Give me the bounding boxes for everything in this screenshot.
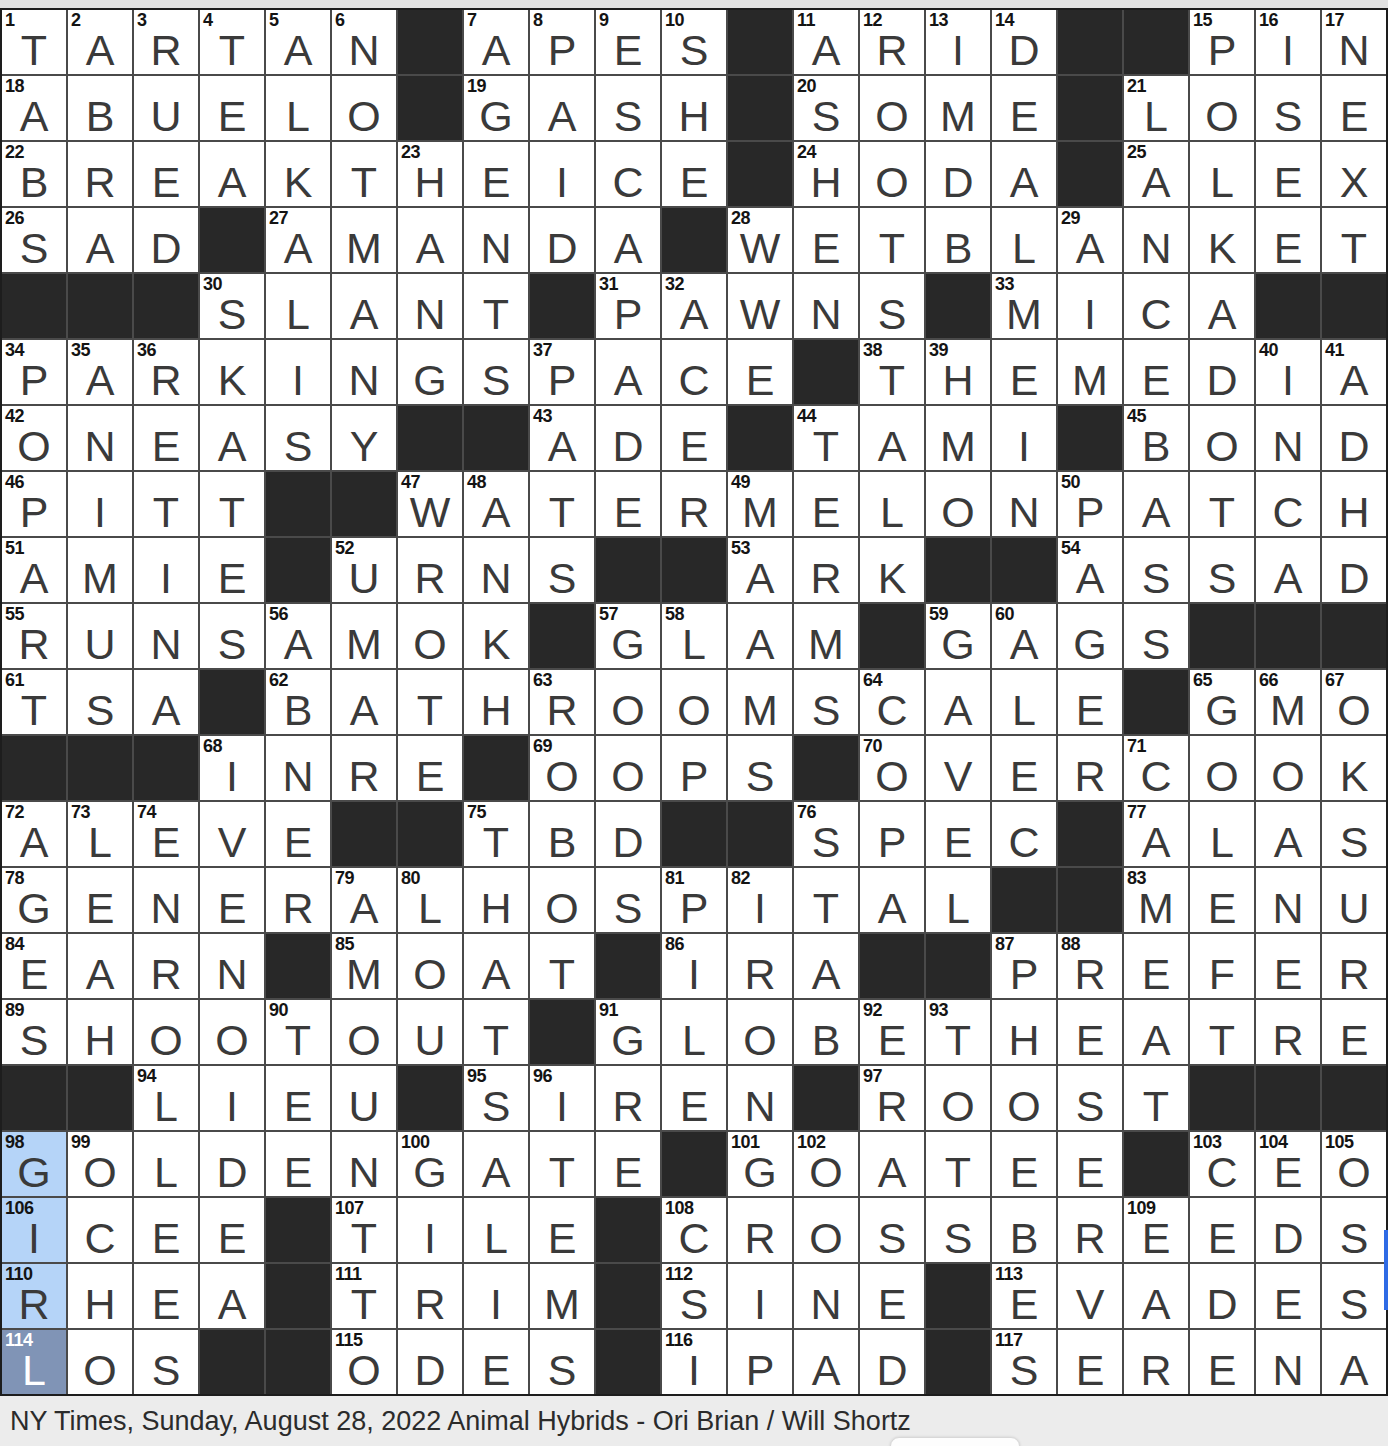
cell-r17c8[interactable]: 95S (464, 1066, 528, 1130)
cell-r16c21[interactable]: E (1322, 1000, 1386, 1064)
cell-r18c17[interactable]: E (1058, 1132, 1122, 1196)
cell-r19c16[interactable]: B (992, 1198, 1056, 1262)
cell-r19c2[interactable]: C (68, 1198, 132, 1262)
cell-r2c1[interactable]: 18A (2, 76, 66, 140)
cell-r13c21[interactable]: S (1322, 802, 1386, 866)
cell-r14c12[interactable]: 82I (728, 868, 792, 932)
cell-r4c16[interactable]: L (992, 208, 1056, 272)
cell-r3c5[interactable]: K (266, 142, 330, 206)
cell-r12c21[interactable]: K (1322, 736, 1386, 800)
cell-r1c15[interactable]: 13I (926, 10, 990, 74)
cell-r8c21[interactable]: H (1322, 472, 1386, 536)
cell-r11c9[interactable]: 63R (530, 670, 594, 734)
cell-r2c18[interactable]: 21L (1124, 76, 1188, 140)
cell-r20c13[interactable]: N (794, 1264, 858, 1328)
cell-r5c5[interactable]: L (266, 274, 330, 338)
cell-r16c5[interactable]: 90T (266, 1000, 330, 1064)
cell-r1c3[interactable]: 3R (134, 10, 198, 74)
cell-r5c6[interactable]: A (332, 274, 396, 338)
cell-r2c21[interactable]: E (1322, 76, 1386, 140)
cell-r17c15[interactable]: O (926, 1066, 990, 1130)
cell-r17c16[interactable]: O (992, 1066, 1056, 1130)
cell-r2c20[interactable]: S (1256, 76, 1320, 140)
cell-r14c21[interactable]: U (1322, 868, 1386, 932)
cell-r10c8[interactable]: K (464, 604, 528, 668)
cell-r12c6[interactable]: R (332, 736, 396, 800)
cell-r12c17[interactable]: R (1058, 736, 1122, 800)
cell-r7c1[interactable]: 42O (2, 406, 66, 470)
cell-r11c21[interactable]: 67O (1322, 670, 1386, 734)
cell-r15c1[interactable]: 84E (2, 934, 66, 998)
cell-r7c9[interactable]: 43A (530, 406, 594, 470)
cell-r1c14[interactable]: 12R (860, 10, 924, 74)
cell-r13c5[interactable]: E (266, 802, 330, 866)
cell-r10c12[interactable]: A (728, 604, 792, 668)
cell-r7c13[interactable]: 44T (794, 406, 858, 470)
cell-r14c9[interactable]: O (530, 868, 594, 932)
cell-r7c14[interactable]: A (860, 406, 924, 470)
cell-r13c10[interactable]: D (596, 802, 660, 866)
cell-r16c3[interactable]: O (134, 1000, 198, 1064)
cell-r15c17[interactable]: 88R (1058, 934, 1122, 998)
cell-r9c18[interactable]: S (1124, 538, 1188, 602)
cell-r9c13[interactable]: R (794, 538, 858, 602)
cell-r17c3[interactable]: 94L (134, 1066, 198, 1130)
cell-r9c12[interactable]: 53A (728, 538, 792, 602)
cell-r7c15[interactable]: M (926, 406, 990, 470)
cell-r14c6[interactable]: 79A (332, 868, 396, 932)
cell-r19c3[interactable]: E (134, 1198, 198, 1262)
cell-r5c14[interactable]: S (860, 274, 924, 338)
cell-r11c15[interactable]: A (926, 670, 990, 734)
cell-r16c15[interactable]: 93T (926, 1000, 990, 1064)
cell-r20c19[interactable]: D (1190, 1264, 1254, 1328)
cell-r10c11[interactable]: 58L (662, 604, 726, 668)
cell-r7c18[interactable]: 45B (1124, 406, 1188, 470)
cell-r5c12[interactable]: W (728, 274, 792, 338)
cell-r17c17[interactable]: S (1058, 1066, 1122, 1130)
cell-r4c3[interactable]: D (134, 208, 198, 272)
cell-r11c12[interactable]: M (728, 670, 792, 734)
cell-r19c8[interactable]: L (464, 1198, 528, 1262)
cell-r17c18[interactable]: T (1124, 1066, 1188, 1130)
cell-r21c17[interactable]: E (1058, 1330, 1122, 1394)
cell-r19c15[interactable]: S (926, 1198, 990, 1262)
cell-r5c19[interactable]: A (1190, 274, 1254, 338)
cell-r11c11[interactable]: O (662, 670, 726, 734)
cell-r19c6[interactable]: 107T (332, 1198, 396, 1262)
cell-r16c12[interactable]: O (728, 1000, 792, 1064)
cell-r16c10[interactable]: 91G (596, 1000, 660, 1064)
cell-r3c9[interactable]: I (530, 142, 594, 206)
cell-r9c7[interactable]: R (398, 538, 462, 602)
cell-r8c8[interactable]: 48A (464, 472, 528, 536)
cell-r12c7[interactable]: E (398, 736, 462, 800)
cell-r21c13[interactable]: A (794, 1330, 858, 1394)
cell-r2c11[interactable]: H (662, 76, 726, 140)
cell-r18c1[interactable]: 98G (2, 1132, 66, 1196)
cell-r4c18[interactable]: N (1124, 208, 1188, 272)
cell-r20c4[interactable]: A (200, 1264, 264, 1328)
cell-r11c6[interactable]: A (332, 670, 396, 734)
cell-r19c18[interactable]: 109E (1124, 1198, 1188, 1262)
cell-r20c3[interactable]: E (134, 1264, 198, 1328)
cell-r17c6[interactable]: U (332, 1066, 396, 1130)
cell-r4c12[interactable]: 28W (728, 208, 792, 272)
cell-r18c3[interactable]: L (134, 1132, 198, 1196)
cell-r12c18[interactable]: 71C (1124, 736, 1188, 800)
cell-r19c14[interactable]: S (860, 1198, 924, 1262)
cell-r3c16[interactable]: A (992, 142, 1056, 206)
cell-r5c13[interactable]: N (794, 274, 858, 338)
cell-r16c19[interactable]: T (1190, 1000, 1254, 1064)
cell-r11c13[interactable]: S (794, 670, 858, 734)
cell-r11c17[interactable]: E (1058, 670, 1122, 734)
cell-r3c4[interactable]: A (200, 142, 264, 206)
cell-r10c4[interactable]: S (200, 604, 264, 668)
cell-r8c2[interactable]: I (68, 472, 132, 536)
cell-r19c1[interactable]: 106I (2, 1198, 66, 1262)
cell-r1c9[interactable]: 8P (530, 10, 594, 74)
cell-r21c12[interactable]: P (728, 1330, 792, 1394)
cell-r8c19[interactable]: T (1190, 472, 1254, 536)
cell-r11c14[interactable]: 64C (860, 670, 924, 734)
cell-r4c20[interactable]: E (1256, 208, 1320, 272)
cell-r3c1[interactable]: 22B (2, 142, 66, 206)
cell-r11c16[interactable]: L (992, 670, 1056, 734)
cell-r6c4[interactable]: K (200, 340, 264, 404)
cell-r1c11[interactable]: 10S (662, 10, 726, 74)
cell-r18c6[interactable]: N (332, 1132, 396, 1196)
cell-r9c3[interactable]: I (134, 538, 198, 602)
cell-r16c8[interactable]: T (464, 1000, 528, 1064)
cell-r2c8[interactable]: 19G (464, 76, 528, 140)
cell-r13c20[interactable]: A (1256, 802, 1320, 866)
cell-r16c7[interactable]: U (398, 1000, 462, 1064)
cell-r4c2[interactable]: A (68, 208, 132, 272)
cell-r8c1[interactable]: 46P (2, 472, 66, 536)
cell-r6c7[interactable]: G (398, 340, 462, 404)
cell-r8c10[interactable]: E (596, 472, 660, 536)
cell-r8c20[interactable]: C (1256, 472, 1320, 536)
cell-r5c17[interactable]: I (1058, 274, 1122, 338)
cell-r6c5[interactable]: I (266, 340, 330, 404)
cell-r4c8[interactable]: N (464, 208, 528, 272)
cell-r5c7[interactable]: N (398, 274, 462, 338)
cell-r6c21[interactable]: 41A (1322, 340, 1386, 404)
cell-r18c8[interactable]: A (464, 1132, 528, 1196)
cell-r1c10[interactable]: 9E (596, 10, 660, 74)
cell-r19c19[interactable]: E (1190, 1198, 1254, 1262)
cell-r5c4[interactable]: 30S (200, 274, 264, 338)
cell-r18c12[interactable]: 101G (728, 1132, 792, 1196)
cell-r19c12[interactable]: R (728, 1198, 792, 1262)
cell-r19c11[interactable]: 108C (662, 1198, 726, 1262)
cell-r17c9[interactable]: 96I (530, 1066, 594, 1130)
cell-r2c16[interactable]: E (992, 76, 1056, 140)
cell-r18c14[interactable]: A (860, 1132, 924, 1196)
cell-r13c13[interactable]: 76S (794, 802, 858, 866)
cell-r3c3[interactable]: E (134, 142, 198, 206)
cell-r13c19[interactable]: L (1190, 802, 1254, 866)
cell-r11c7[interactable]: T (398, 670, 462, 734)
cell-r11c8[interactable]: H (464, 670, 528, 734)
cell-r21c1[interactable]: 114L (2, 1330, 66, 1394)
cell-r21c11[interactable]: 116I (662, 1330, 726, 1394)
cell-r21c16[interactable]: 117S (992, 1330, 1056, 1394)
cell-r2c19[interactable]: O (1190, 76, 1254, 140)
cell-r2c9[interactable]: A (530, 76, 594, 140)
cell-r4c1[interactable]: 26S (2, 208, 66, 272)
cell-r14c14[interactable]: A (860, 868, 924, 932)
cell-r4c15[interactable]: B (926, 208, 990, 272)
cell-r14c2[interactable]: E (68, 868, 132, 932)
cell-r1c13[interactable]: 11A (794, 10, 858, 74)
cell-r12c12[interactable]: S (728, 736, 792, 800)
cell-r13c18[interactable]: 77A (1124, 802, 1188, 866)
cell-r15c6[interactable]: 85M (332, 934, 396, 998)
cell-r18c5[interactable]: E (266, 1132, 330, 1196)
cell-r6c12[interactable]: E (728, 340, 792, 404)
cell-r5c11[interactable]: 32A (662, 274, 726, 338)
cell-r18c2[interactable]: 99O (68, 1132, 132, 1196)
cell-r10c6[interactable]: M (332, 604, 396, 668)
cell-r15c21[interactable]: R (1322, 934, 1386, 998)
cell-r6c3[interactable]: 36R (134, 340, 198, 404)
cell-r3c19[interactable]: L (1190, 142, 1254, 206)
cell-r6c17[interactable]: M (1058, 340, 1122, 404)
cell-r15c4[interactable]: N (200, 934, 264, 998)
cell-r2c4[interactable]: E (200, 76, 264, 140)
cell-r1c16[interactable]: 14D (992, 10, 1056, 74)
cell-r14c5[interactable]: R (266, 868, 330, 932)
cell-r13c16[interactable]: C (992, 802, 1056, 866)
cell-r9c19[interactable]: S (1190, 538, 1254, 602)
cell-r20c1[interactable]: 110R (2, 1264, 66, 1328)
cell-r20c20[interactable]: E (1256, 1264, 1320, 1328)
cell-r16c17[interactable]: E (1058, 1000, 1122, 1064)
cell-r8c15[interactable]: O (926, 472, 990, 536)
cell-r8c9[interactable]: T (530, 472, 594, 536)
cell-r19c17[interactable]: R (1058, 1198, 1122, 1262)
cell-r11c20[interactable]: 66M (1256, 670, 1320, 734)
cell-r21c19[interactable]: E (1190, 1330, 1254, 1394)
cell-r17c10[interactable]: R (596, 1066, 660, 1130)
cell-r21c3[interactable]: S (134, 1330, 198, 1394)
cell-r4c21[interactable]: T (1322, 208, 1386, 272)
cell-r8c11[interactable]: R (662, 472, 726, 536)
cell-r6c10[interactable]: A (596, 340, 660, 404)
cell-r14c13[interactable]: T (794, 868, 858, 932)
cell-r15c19[interactable]: F (1190, 934, 1254, 998)
cell-r10c2[interactable]: U (68, 604, 132, 668)
cell-r12c5[interactable]: N (266, 736, 330, 800)
cell-r7c21[interactable]: D (1322, 406, 1386, 470)
cell-r3c15[interactable]: D (926, 142, 990, 206)
cell-r2c15[interactable]: M (926, 76, 990, 140)
cell-r1c6[interactable]: 6N (332, 10, 396, 74)
cell-r18c21[interactable]: 105O (1322, 1132, 1386, 1196)
cell-r20c9[interactable]: M (530, 1264, 594, 1328)
cell-r9c9[interactable]: S (530, 538, 594, 602)
cell-r21c8[interactable]: E (464, 1330, 528, 1394)
cell-r2c14[interactable]: O (860, 76, 924, 140)
cell-r16c1[interactable]: 89S (2, 1000, 66, 1064)
cell-r10c1[interactable]: 55R (2, 604, 66, 668)
cell-r15c8[interactable]: A (464, 934, 528, 998)
cell-r8c17[interactable]: 50P (1058, 472, 1122, 536)
cell-r14c11[interactable]: 81P (662, 868, 726, 932)
cell-r4c6[interactable]: M (332, 208, 396, 272)
cell-r16c11[interactable]: L (662, 1000, 726, 1064)
cell-r1c2[interactable]: 2A (68, 10, 132, 74)
cell-r13c1[interactable]: 72A (2, 802, 66, 866)
cell-r20c18[interactable]: A (1124, 1264, 1188, 1328)
cell-r3c20[interactable]: E (1256, 142, 1320, 206)
cell-r12c15[interactable]: V (926, 736, 990, 800)
cell-r3c6[interactable]: T (332, 142, 396, 206)
cell-r18c4[interactable]: D (200, 1132, 264, 1196)
cell-r15c9[interactable]: T (530, 934, 594, 998)
cell-r18c10[interactable]: E (596, 1132, 660, 1196)
cell-r14c10[interactable]: S (596, 868, 660, 932)
cell-r1c5[interactable]: 5A (266, 10, 330, 74)
cell-r13c14[interactable]: P (860, 802, 924, 866)
cell-r10c16[interactable]: 60A (992, 604, 1056, 668)
cell-r9c1[interactable]: 51A (2, 538, 66, 602)
cell-r21c21[interactable]: A (1322, 1330, 1386, 1394)
cell-r21c14[interactable]: D (860, 1330, 924, 1394)
cell-r12c11[interactable]: P (662, 736, 726, 800)
cell-r17c12[interactable]: N (728, 1066, 792, 1130)
cell-r16c4[interactable]: O (200, 1000, 264, 1064)
cell-r16c6[interactable]: O (332, 1000, 396, 1064)
cell-r10c10[interactable]: 57G (596, 604, 660, 668)
cell-r11c5[interactable]: 62B (266, 670, 330, 734)
cell-r14c1[interactable]: 78G (2, 868, 66, 932)
cell-r13c15[interactable]: E (926, 802, 990, 866)
cell-r13c4[interactable]: V (200, 802, 264, 866)
cell-r14c3[interactable]: N (134, 868, 198, 932)
cell-r5c18[interactable]: C (1124, 274, 1188, 338)
cell-r8c3[interactable]: T (134, 472, 198, 536)
cell-r4c13[interactable]: E (794, 208, 858, 272)
cell-r7c10[interactable]: D (596, 406, 660, 470)
cell-r5c8[interactable]: T (464, 274, 528, 338)
cell-r20c17[interactable]: V (1058, 1264, 1122, 1328)
cell-r21c2[interactable]: O (68, 1330, 132, 1394)
cell-r20c14[interactable]: E (860, 1264, 924, 1328)
cell-r14c8[interactable]: H (464, 868, 528, 932)
cell-r12c16[interactable]: E (992, 736, 1056, 800)
cell-r8c12[interactable]: 49M (728, 472, 792, 536)
cell-r18c19[interactable]: 103C (1190, 1132, 1254, 1196)
cell-r8c13[interactable]: E (794, 472, 858, 536)
cell-r10c18[interactable]: S (1124, 604, 1188, 668)
cell-r5c10[interactable]: 31P (596, 274, 660, 338)
cell-r8c14[interactable]: L (860, 472, 924, 536)
cell-r14c7[interactable]: 80L (398, 868, 462, 932)
cell-r10c7[interactable]: O (398, 604, 462, 668)
cell-r3c14[interactable]: O (860, 142, 924, 206)
cell-r4c10[interactable]: A (596, 208, 660, 272)
cell-r7c20[interactable]: N (1256, 406, 1320, 470)
cell-r12c20[interactable]: O (1256, 736, 1320, 800)
cell-r17c5[interactable]: E (266, 1066, 330, 1130)
cell-r2c13[interactable]: 20S (794, 76, 858, 140)
cell-r3c10[interactable]: C (596, 142, 660, 206)
cell-r6c20[interactable]: 40I (1256, 340, 1320, 404)
cell-r17c4[interactable]: I (200, 1066, 264, 1130)
cell-r14c4[interactable]: E (200, 868, 264, 932)
cell-r9c8[interactable]: N (464, 538, 528, 602)
cell-r6c18[interactable]: E (1124, 340, 1188, 404)
cell-r12c9[interactable]: 69O (530, 736, 594, 800)
cell-r20c12[interactable]: I (728, 1264, 792, 1328)
cell-r1c4[interactable]: 4T (200, 10, 264, 74)
cell-r19c4[interactable]: E (200, 1198, 264, 1262)
cell-r21c9[interactable]: S (530, 1330, 594, 1394)
cell-r20c2[interactable]: H (68, 1264, 132, 1328)
cell-r7c3[interactable]: E (134, 406, 198, 470)
cell-r12c19[interactable]: O (1190, 736, 1254, 800)
cell-r7c11[interactable]: E (662, 406, 726, 470)
cell-r9c14[interactable]: K (860, 538, 924, 602)
cell-r4c14[interactable]: T (860, 208, 924, 272)
cell-r1c1[interactable]: 1T (2, 10, 66, 74)
cell-r10c17[interactable]: G (1058, 604, 1122, 668)
cell-r15c12[interactable]: R (728, 934, 792, 998)
scrollbar-thumb[interactable] (1384, 1230, 1388, 1310)
cell-r9c21[interactable]: D (1322, 538, 1386, 602)
cell-r16c13[interactable]: B (794, 1000, 858, 1064)
cell-r10c3[interactable]: N (134, 604, 198, 668)
cell-r19c20[interactable]: D (1256, 1198, 1320, 1262)
cell-r6c8[interactable]: S (464, 340, 528, 404)
cell-r17c14[interactable]: 97R (860, 1066, 924, 1130)
cell-r12c4[interactable]: 68I (200, 736, 264, 800)
cell-r7c5[interactable]: S (266, 406, 330, 470)
cell-r16c18[interactable]: A (1124, 1000, 1188, 1064)
cell-r21c20[interactable]: N (1256, 1330, 1320, 1394)
cell-r21c6[interactable]: 115O (332, 1330, 396, 1394)
cell-r3c8[interactable]: E (464, 142, 528, 206)
cell-r6c16[interactable]: E (992, 340, 1056, 404)
cell-r2c10[interactable]: S (596, 76, 660, 140)
cell-r7c4[interactable]: A (200, 406, 264, 470)
cell-r1c21[interactable]: 17N (1322, 10, 1386, 74)
cell-r11c1[interactable]: 61T (2, 670, 66, 734)
cell-r14c15[interactable]: L (926, 868, 990, 932)
cell-r13c2[interactable]: 73L (68, 802, 132, 866)
cell-r1c8[interactable]: 7A (464, 10, 528, 74)
cell-r11c10[interactable]: O (596, 670, 660, 734)
cell-r12c10[interactable]: O (596, 736, 660, 800)
cell-r14c19[interactable]: E (1190, 868, 1254, 932)
cell-r16c16[interactable]: H (992, 1000, 1056, 1064)
cell-r3c13[interactable]: 24H (794, 142, 858, 206)
cell-r18c15[interactable]: T (926, 1132, 990, 1196)
cell-r9c17[interactable]: 54A (1058, 538, 1122, 602)
cell-r18c9[interactable]: T (530, 1132, 594, 1196)
cell-r15c18[interactable]: E (1124, 934, 1188, 998)
cell-r15c13[interactable]: A (794, 934, 858, 998)
cell-r7c16[interactable]: I (992, 406, 1056, 470)
cell-r3c21[interactable]: X (1322, 142, 1386, 206)
cell-r6c6[interactable]: N (332, 340, 396, 404)
cell-r5c16[interactable]: 33M (992, 274, 1056, 338)
cell-r10c15[interactable]: 59G (926, 604, 990, 668)
